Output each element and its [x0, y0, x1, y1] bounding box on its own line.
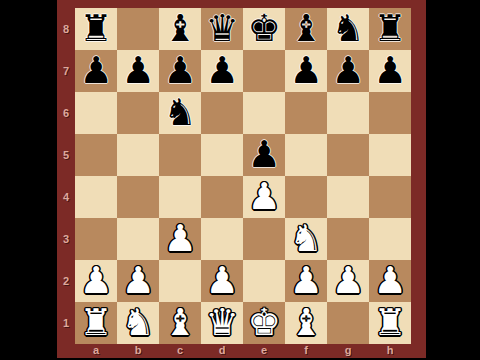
square-h2[interactable]: ♟ [369, 260, 411, 302]
square-f5[interactable] [285, 134, 327, 176]
rank-label-1: 1 [57, 302, 75, 344]
board-grid: ♜♝♛♚♝♞♜♟♟♟♟♟♟♟♞♟♟♟♞♟♟♟♟♟♟♜♞♝♛♚♝♜ [75, 8, 411, 344]
file-label-f: f [285, 344, 327, 358]
square-b3[interactable] [117, 218, 159, 260]
piece-white-king[interactable]: ♚ [247, 302, 280, 344]
piece-white-pawn[interactable]: ♟ [289, 260, 322, 302]
square-a3[interactable] [75, 218, 117, 260]
square-e7[interactable] [243, 50, 285, 92]
square-d2[interactable]: ♟ [201, 260, 243, 302]
rank-label-3: 3 [57, 218, 75, 260]
piece-black-pawn[interactable]: ♟ [163, 50, 196, 92]
piece-white-pawn[interactable]: ♟ [247, 176, 280, 218]
piece-black-queen[interactable]: ♛ [205, 8, 238, 50]
piece-black-rook[interactable]: ♜ [79, 8, 112, 50]
file-label-b: b [117, 344, 159, 358]
square-e8[interactable]: ♚ [243, 8, 285, 50]
piece-white-pawn[interactable]: ♟ [331, 260, 364, 302]
video-frame: 87654321 ♜♝♛♚♝♞♜♟♟♟♟♟♟♟♞♟♟♟♞♟♟♟♟♟♟♜♞♝♛♚♝… [0, 0, 480, 360]
piece-white-pawn[interactable]: ♟ [205, 260, 238, 302]
square-a2[interactable]: ♟ [75, 260, 117, 302]
square-f8[interactable]: ♝ [285, 8, 327, 50]
square-e2[interactable] [243, 260, 285, 302]
piece-white-knight[interactable]: ♞ [121, 302, 154, 344]
square-c3[interactable]: ♟ [159, 218, 201, 260]
square-b8[interactable] [117, 8, 159, 50]
square-b7[interactable]: ♟ [117, 50, 159, 92]
piece-black-rook[interactable]: ♜ [373, 8, 406, 50]
square-b6[interactable] [117, 92, 159, 134]
square-e3[interactable] [243, 218, 285, 260]
piece-white-pawn[interactable]: ♟ [163, 218, 196, 260]
square-g2[interactable]: ♟ [327, 260, 369, 302]
square-d8[interactable]: ♛ [201, 8, 243, 50]
square-a5[interactable] [75, 134, 117, 176]
square-d1[interactable]: ♛ [201, 302, 243, 344]
square-e4[interactable]: ♟ [243, 176, 285, 218]
square-g8[interactable]: ♞ [327, 8, 369, 50]
square-b2[interactable]: ♟ [117, 260, 159, 302]
square-d6[interactable] [201, 92, 243, 134]
square-d5[interactable] [201, 134, 243, 176]
rank-label-5: 5 [57, 134, 75, 176]
square-h6[interactable] [369, 92, 411, 134]
square-e5[interactable]: ♟ [243, 134, 285, 176]
square-g3[interactable] [327, 218, 369, 260]
square-d3[interactable] [201, 218, 243, 260]
file-label-g: g [327, 344, 369, 358]
square-c5[interactable] [159, 134, 201, 176]
square-h5[interactable] [369, 134, 411, 176]
square-f3[interactable]: ♞ [285, 218, 327, 260]
square-h4[interactable] [369, 176, 411, 218]
square-c1[interactable]: ♝ [159, 302, 201, 344]
piece-white-rook[interactable]: ♜ [373, 302, 406, 344]
piece-white-pawn[interactable]: ♟ [79, 260, 112, 302]
piece-black-pawn[interactable]: ♟ [121, 50, 154, 92]
square-a7[interactable]: ♟ [75, 50, 117, 92]
piece-black-king[interactable]: ♚ [247, 8, 280, 50]
square-h3[interactable] [369, 218, 411, 260]
file-label-d: d [201, 344, 243, 358]
rank-labels: 87654321 [57, 8, 75, 344]
square-g6[interactable] [327, 92, 369, 134]
square-f2[interactable]: ♟ [285, 260, 327, 302]
square-f1[interactable]: ♝ [285, 302, 327, 344]
rank-label-7: 7 [57, 50, 75, 92]
piece-white-queen[interactable]: ♛ [205, 302, 238, 344]
square-a8[interactable]: ♜ [75, 8, 117, 50]
square-g5[interactable] [327, 134, 369, 176]
square-f4[interactable] [285, 176, 327, 218]
square-b1[interactable]: ♞ [117, 302, 159, 344]
square-c8[interactable]: ♝ [159, 8, 201, 50]
piece-black-pawn[interactable]: ♟ [373, 50, 406, 92]
square-h7[interactable]: ♟ [369, 50, 411, 92]
square-h1[interactable]: ♜ [369, 302, 411, 344]
square-g7[interactable]: ♟ [327, 50, 369, 92]
piece-black-pawn[interactable]: ♟ [289, 50, 322, 92]
square-e1[interactable]: ♚ [243, 302, 285, 344]
chess-board: 87654321 ♜♝♛♚♝♞♜♟♟♟♟♟♟♟♞♟♟♟♞♟♟♟♟♟♟♜♞♝♛♚♝… [57, 0, 426, 358]
square-g1[interactable] [327, 302, 369, 344]
square-d7[interactable]: ♟ [201, 50, 243, 92]
file-label-e: e [243, 344, 285, 358]
file-labels: abcdefgh [75, 344, 411, 358]
rank-label-2: 2 [57, 260, 75, 302]
square-e6[interactable] [243, 92, 285, 134]
piece-black-pawn[interactable]: ♟ [205, 50, 238, 92]
piece-white-rook[interactable]: ♜ [79, 302, 112, 344]
piece-white-pawn[interactable]: ♟ [373, 260, 406, 302]
file-label-h: h [369, 344, 411, 358]
piece-black-pawn[interactable]: ♟ [331, 50, 364, 92]
piece-white-bishop[interactable]: ♝ [289, 302, 322, 344]
square-c6[interactable]: ♞ [159, 92, 201, 134]
square-f6[interactable] [285, 92, 327, 134]
file-label-c: c [159, 344, 201, 358]
piece-black-knight[interactable]: ♞ [331, 8, 364, 50]
piece-white-knight[interactable]: ♞ [289, 218, 322, 260]
piece-white-pawn[interactable]: ♟ [121, 260, 154, 302]
piece-black-knight[interactable]: ♞ [163, 92, 196, 134]
rank-label-8: 8 [57, 8, 75, 50]
piece-black-pawn[interactable]: ♟ [247, 134, 280, 176]
rank-label-4: 4 [57, 176, 75, 218]
square-c7[interactable]: ♟ [159, 50, 201, 92]
square-f7[interactable]: ♟ [285, 50, 327, 92]
piece-black-bishop[interactable]: ♝ [163, 8, 196, 50]
square-d4[interactable] [201, 176, 243, 218]
square-h8[interactable]: ♜ [369, 8, 411, 50]
piece-black-pawn[interactable]: ♟ [79, 50, 112, 92]
square-g4[interactable] [327, 176, 369, 218]
piece-black-bishop[interactable]: ♝ [289, 8, 322, 50]
square-a1[interactable]: ♜ [75, 302, 117, 344]
piece-white-bishop[interactable]: ♝ [163, 302, 196, 344]
square-b5[interactable] [117, 134, 159, 176]
square-c4[interactable] [159, 176, 201, 218]
square-a6[interactable] [75, 92, 117, 134]
square-b4[interactable] [117, 176, 159, 218]
rank-label-6: 6 [57, 92, 75, 134]
square-a4[interactable] [75, 176, 117, 218]
square-c2[interactable] [159, 260, 201, 302]
file-label-a: a [75, 344, 117, 358]
